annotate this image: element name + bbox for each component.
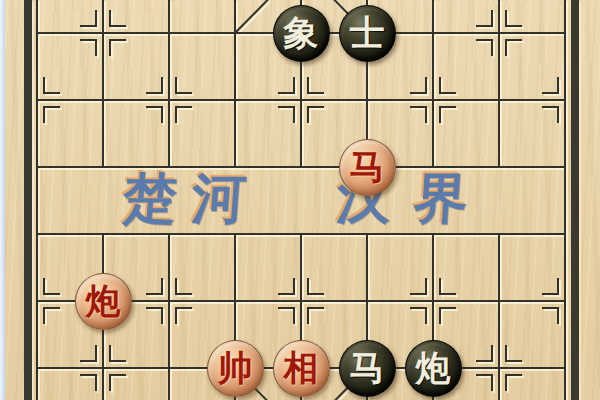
window-edge-strip (0, 0, 5, 400)
piece-red-general-d7[interactable]: 帅 (207, 340, 264, 397)
river-text-chu-he: 楚河 (121, 171, 263, 225)
board-border-left (24, 0, 32, 400)
piece-glyph: 相 (284, 351, 319, 386)
piece-glyph: 象 (284, 16, 319, 51)
board-surface[interactable]: 楚河 汉界 象士马炮帅相马炮 (0, 0, 600, 400)
piece-red-horse-f4[interactable]: 马 (339, 139, 396, 196)
xiangqi-board-screenshot: 楚河 汉界 象士马炮帅相马炮 (0, 0, 600, 400)
piece-glyph: 帅 (218, 351, 253, 386)
piece-red-cannon-b6[interactable]: 炮 (75, 273, 132, 330)
piece-glyph: 马 (350, 351, 385, 386)
piece-black-elephant-e2[interactable]: 象 (273, 5, 330, 62)
piece-glyph: 士 (350, 16, 385, 51)
piece-glyph: 炮 (416, 351, 451, 386)
piece-glyph: 炮 (86, 284, 121, 319)
board-border-right (571, 0, 579, 400)
piece-black-cannon-g7[interactable]: 炮 (405, 340, 462, 397)
piece-black-advisor-f2[interactable]: 士 (339, 5, 396, 62)
piece-glyph: 马 (350, 150, 385, 185)
piece-black-horse-f7[interactable]: 马 (339, 340, 396, 397)
piece-red-elephant-e7[interactable]: 相 (273, 340, 330, 397)
